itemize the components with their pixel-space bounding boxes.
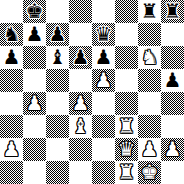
square-c8[interactable] <box>46 0 69 23</box>
square-a2[interactable]: ♟ <box>0 138 23 161</box>
piece-bN-a7: ♞ <box>3 23 21 46</box>
piece-bP-e6: ♟ <box>95 46 113 69</box>
piece-wK-g1: ♚ <box>141 161 159 184</box>
square-d8[interactable] <box>69 0 92 23</box>
square-e7[interactable]: ♛ <box>92 23 115 46</box>
square-f3[interactable]: ♜ <box>115 115 138 138</box>
square-h7[interactable] <box>161 23 184 46</box>
square-a1[interactable] <box>0 161 23 184</box>
square-e4[interactable] <box>92 92 115 115</box>
square-e3[interactable] <box>92 115 115 138</box>
piece-bP-b7: ♟ <box>26 23 44 46</box>
square-c4[interactable] <box>46 92 69 115</box>
piece-bP-a6: ♟ <box>3 46 21 69</box>
piece-bB-c6: ♝ <box>49 46 67 69</box>
square-b8[interactable]: ♚ <box>23 0 46 23</box>
square-g6[interactable]: ♞ <box>138 46 161 69</box>
piece-bP-c7: ♟ <box>49 23 67 46</box>
square-c5[interactable] <box>46 69 69 92</box>
square-h2[interactable]: ♟ <box>161 138 184 161</box>
square-e2[interactable] <box>92 138 115 161</box>
piece-wN-g6: ♞ <box>141 46 159 69</box>
square-g8[interactable]: ♜ <box>138 0 161 23</box>
square-b5[interactable] <box>23 69 46 92</box>
square-b4[interactable]: ♟ <box>23 92 46 115</box>
square-g7[interactable] <box>138 23 161 46</box>
square-f5[interactable] <box>115 69 138 92</box>
square-g3[interactable] <box>138 115 161 138</box>
chess-board: ♚♜♜♞♟♟♛♟♝♟♟♞♟♟♟♟♝♜♟♛♟♟♜♚ <box>0 0 184 184</box>
square-e5[interactable]: ♟ <box>92 69 115 92</box>
square-a7[interactable]: ♞ <box>0 23 23 46</box>
square-f1[interactable]: ♜ <box>115 161 138 184</box>
square-d5[interactable] <box>69 69 92 92</box>
square-g4[interactable] <box>138 92 161 115</box>
square-e8[interactable] <box>92 0 115 23</box>
piece-bK-b8: ♚ <box>26 0 44 23</box>
square-d7[interactable] <box>69 23 92 46</box>
square-f8[interactable] <box>115 0 138 23</box>
piece-wP-g2: ♟ <box>141 138 159 161</box>
square-h1[interactable] <box>161 161 184 184</box>
square-f6[interactable] <box>115 46 138 69</box>
square-a3[interactable] <box>0 115 23 138</box>
square-f2[interactable]: ♛ <box>115 138 138 161</box>
square-c3[interactable] <box>46 115 69 138</box>
square-b6[interactable] <box>23 46 46 69</box>
piece-bR-h8: ♜ <box>164 0 182 23</box>
square-b2[interactable] <box>23 138 46 161</box>
square-d2[interactable] <box>69 138 92 161</box>
square-d1[interactable] <box>69 161 92 184</box>
square-g5[interactable] <box>138 69 161 92</box>
piece-bP-h5: ♟ <box>164 69 182 92</box>
square-b3[interactable] <box>23 115 46 138</box>
square-f4[interactable] <box>115 92 138 115</box>
square-a5[interactable] <box>0 69 23 92</box>
square-e6[interactable]: ♟ <box>92 46 115 69</box>
square-g2[interactable]: ♟ <box>138 138 161 161</box>
square-h6[interactable] <box>161 46 184 69</box>
square-d3[interactable]: ♝ <box>69 115 92 138</box>
square-c1[interactable] <box>46 161 69 184</box>
piece-wP-d4: ♟ <box>72 92 90 115</box>
square-a4[interactable] <box>0 92 23 115</box>
square-c6[interactable]: ♝ <box>46 46 69 69</box>
square-h5[interactable]: ♟ <box>161 69 184 92</box>
square-b1[interactable] <box>23 161 46 184</box>
piece-bQ-e7: ♛ <box>95 23 113 46</box>
piece-bP-d6: ♟ <box>72 46 90 69</box>
piece-bR-g8: ♜ <box>141 0 159 23</box>
piece-wR-f3: ♜ <box>118 115 136 138</box>
square-a8[interactable] <box>0 0 23 23</box>
square-c2[interactable] <box>46 138 69 161</box>
square-h4[interactable] <box>161 92 184 115</box>
piece-wQ-f2: ♛ <box>118 138 136 161</box>
square-h3[interactable] <box>161 115 184 138</box>
square-d6[interactable]: ♟ <box>69 46 92 69</box>
piece-wP-b4: ♟ <box>26 92 44 115</box>
piece-wP-e5: ♟ <box>95 69 113 92</box>
piece-wB-d3: ♝ <box>72 115 90 138</box>
square-d4[interactable]: ♟ <box>69 92 92 115</box>
chess-diagram: ♚♜♜♞♟♟♛♟♝♟♟♞♟♟♟♟♝♜♟♛♟♟♜♚ <box>0 0 184 184</box>
square-c7[interactable]: ♟ <box>46 23 69 46</box>
square-f7[interactable] <box>115 23 138 46</box>
square-g1[interactable]: ♚ <box>138 161 161 184</box>
square-e1[interactable] <box>92 161 115 184</box>
piece-wR-f1: ♜ <box>118 161 136 184</box>
square-a6[interactable]: ♟ <box>0 46 23 69</box>
piece-wP-a2: ♟ <box>3 138 21 161</box>
square-b7[interactable]: ♟ <box>23 23 46 46</box>
square-h8[interactable]: ♜ <box>161 0 184 23</box>
piece-wP-h2: ♟ <box>164 138 182 161</box>
